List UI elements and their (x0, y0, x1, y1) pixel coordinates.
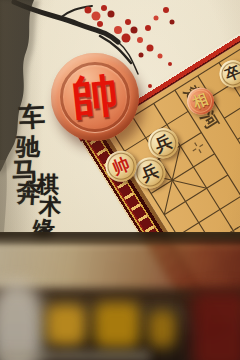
blurred-light-figure (0, 282, 44, 360)
piece-glyph: 兵 (138, 159, 162, 187)
piece-glyph: 帅 (109, 152, 133, 180)
showcase-piece-shuai: 帥 (51, 53, 139, 141)
blurred-bottom-strip (0, 350, 150, 360)
blurred-red-element (192, 290, 240, 360)
piece-glyph: 兵 (151, 129, 175, 157)
calligraphy-char: 车 (18, 99, 46, 135)
blurred-gold-button[interactable] (148, 310, 176, 348)
blurred-gold-button[interactable] (94, 302, 140, 348)
piece-glyph: 卒 (222, 62, 240, 85)
splash-screen: 楚 河 相 兵 兵 帅 卒 帥 车 驰 马 奔 (0, 0, 240, 360)
piece-glyph: 相 (190, 89, 211, 112)
showcase-piece-glyph: 帥 (69, 64, 121, 130)
blurred-gold-button[interactable] (46, 304, 86, 346)
blurred-bottom-panel (0, 232, 240, 360)
